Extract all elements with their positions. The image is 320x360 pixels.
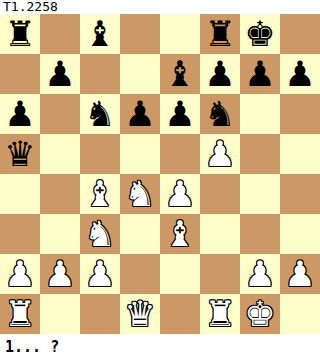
square-e5[interactable] xyxy=(160,134,200,174)
black-pawn-a6[interactable]: ♟ xyxy=(4,94,35,134)
square-g7[interactable]: ♟ xyxy=(240,54,280,94)
square-d7[interactable] xyxy=(120,54,160,94)
square-a3[interactable] xyxy=(0,214,40,254)
square-a8[interactable]: ♜ xyxy=(0,14,40,54)
square-g3[interactable] xyxy=(240,214,280,254)
black-rook-a8[interactable]: ♜ xyxy=(4,14,35,54)
square-a2[interactable]: ♟ xyxy=(0,254,40,294)
square-g5[interactable] xyxy=(240,134,280,174)
square-h3[interactable] xyxy=(280,214,320,254)
square-g2[interactable]: ♟ xyxy=(240,254,280,294)
square-g4[interactable] xyxy=(240,174,280,214)
square-e8[interactable] xyxy=(160,14,200,54)
square-f5[interactable]: ♟ xyxy=(200,134,240,174)
white-pawn-f5[interactable]: ♟ xyxy=(204,134,235,174)
white-knight-d4[interactable]: ♞ xyxy=(124,174,155,214)
square-c2[interactable]: ♟ xyxy=(80,254,120,294)
square-h1[interactable] xyxy=(280,294,320,334)
square-f7[interactable]: ♟ xyxy=(200,54,240,94)
square-f6[interactable]: ♞ xyxy=(200,94,240,134)
black-king-g8[interactable]: ♚ xyxy=(244,14,275,54)
black-rook-f8[interactable]: ♜ xyxy=(204,14,235,54)
square-g8[interactable]: ♚ xyxy=(240,14,280,54)
square-d5[interactable] xyxy=(120,134,160,174)
square-f2[interactable] xyxy=(200,254,240,294)
square-b6[interactable] xyxy=(40,94,80,134)
square-d8[interactable] xyxy=(120,14,160,54)
black-pawn-d6[interactable]: ♟ xyxy=(124,94,155,134)
chess-board: ♜♝♜♚♟♝♟♟♟♟♞♟♟♞♛♟♝♞♟♞♝♟♟♟♟♟♜♛♜♚ xyxy=(0,14,320,334)
problem-id-label: T1.2258 xyxy=(0,0,320,14)
square-h8[interactable] xyxy=(280,14,320,54)
square-c4[interactable]: ♝ xyxy=(80,174,120,214)
square-e2[interactable] xyxy=(160,254,200,294)
move-prompt: 1... ? xyxy=(0,334,320,360)
square-b7[interactable]: ♟ xyxy=(40,54,80,94)
black-bishop-e7[interactable]: ♝ xyxy=(164,54,195,94)
square-a1[interactable]: ♜ xyxy=(0,294,40,334)
black-knight-f6[interactable]: ♞ xyxy=(204,94,235,134)
square-e3[interactable]: ♝ xyxy=(160,214,200,254)
square-a5[interactable]: ♛ xyxy=(0,134,40,174)
black-pawn-g7[interactable]: ♟ xyxy=(244,54,275,94)
black-pawn-e6[interactable]: ♟ xyxy=(164,94,195,134)
black-pawn-f7[interactable]: ♟ xyxy=(204,54,235,94)
square-c1[interactable] xyxy=(80,294,120,334)
black-bishop-c8[interactable]: ♝ xyxy=(84,14,115,54)
square-b1[interactable] xyxy=(40,294,80,334)
square-d1[interactable]: ♛ xyxy=(120,294,160,334)
square-a7[interactable] xyxy=(0,54,40,94)
square-h7[interactable]: ♟ xyxy=(280,54,320,94)
white-knight-c3[interactable]: ♞ xyxy=(84,214,115,254)
square-b5[interactable] xyxy=(40,134,80,174)
square-b3[interactable] xyxy=(40,214,80,254)
square-f1[interactable]: ♜ xyxy=(200,294,240,334)
square-c8[interactable]: ♝ xyxy=(80,14,120,54)
white-pawn-b2[interactable]: ♟ xyxy=(44,254,75,294)
square-g1[interactable]: ♚ xyxy=(240,294,280,334)
white-queen-d1[interactable]: ♛ xyxy=(124,294,155,334)
square-b4[interactable] xyxy=(40,174,80,214)
square-e6[interactable]: ♟ xyxy=(160,94,200,134)
square-h2[interactable]: ♟ xyxy=(280,254,320,294)
white-pawn-c2[interactable]: ♟ xyxy=(84,254,115,294)
square-f3[interactable] xyxy=(200,214,240,254)
square-c7[interactable] xyxy=(80,54,120,94)
square-d6[interactable]: ♟ xyxy=(120,94,160,134)
square-b8[interactable] xyxy=(40,14,80,54)
square-h5[interactable] xyxy=(280,134,320,174)
square-c3[interactable]: ♞ xyxy=(80,214,120,254)
square-e4[interactable]: ♟ xyxy=(160,174,200,214)
square-b2[interactable]: ♟ xyxy=(40,254,80,294)
square-c5[interactable] xyxy=(80,134,120,174)
square-d4[interactable]: ♞ xyxy=(120,174,160,214)
white-rook-f1[interactable]: ♜ xyxy=(204,294,235,334)
square-c6[interactable]: ♞ xyxy=(80,94,120,134)
square-h4[interactable] xyxy=(280,174,320,214)
black-pawn-b7[interactable]: ♟ xyxy=(44,54,75,94)
white-rook-a1[interactable]: ♜ xyxy=(4,294,35,334)
white-king-g1[interactable]: ♚ xyxy=(244,294,275,334)
white-pawn-g2[interactable]: ♟ xyxy=(244,254,275,294)
white-bishop-c4[interactable]: ♝ xyxy=(84,174,115,214)
white-pawn-h2[interactable]: ♟ xyxy=(284,254,315,294)
square-e7[interactable]: ♝ xyxy=(160,54,200,94)
square-f4[interactable] xyxy=(200,174,240,214)
square-d3[interactable] xyxy=(120,214,160,254)
square-e1[interactable] xyxy=(160,294,200,334)
black-knight-c6[interactable]: ♞ xyxy=(84,94,115,134)
square-f8[interactable]: ♜ xyxy=(200,14,240,54)
square-d2[interactable] xyxy=(120,254,160,294)
white-pawn-e4[interactable]: ♟ xyxy=(164,174,195,214)
black-queen-a5[interactable]: ♛ xyxy=(4,134,35,174)
square-g6[interactable] xyxy=(240,94,280,134)
white-pawn-a2[interactable]: ♟ xyxy=(4,254,35,294)
square-h6[interactable] xyxy=(280,94,320,134)
square-a6[interactable]: ♟ xyxy=(0,94,40,134)
white-bishop-e3[interactable]: ♝ xyxy=(164,214,195,254)
black-pawn-h7[interactable]: ♟ xyxy=(284,54,315,94)
square-a4[interactable] xyxy=(0,174,40,214)
